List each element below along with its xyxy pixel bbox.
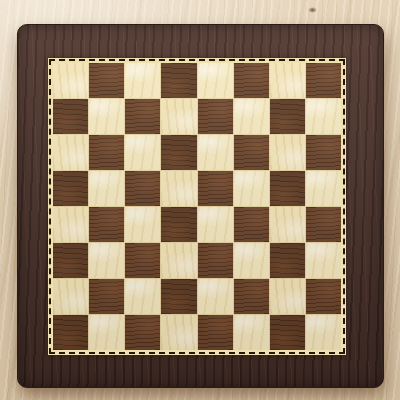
square-c5[interactable] — [125, 171, 160, 206]
square-e7[interactable] — [198, 99, 233, 134]
square-c8[interactable] — [125, 63, 160, 98]
square-d6[interactable] — [161, 135, 196, 170]
chessboard-frame — [17, 24, 384, 388]
square-e5[interactable] — [198, 171, 233, 206]
square-d1[interactable] — [161, 315, 196, 350]
table-surface — [0, 0, 400, 400]
square-f1[interactable] — [234, 315, 269, 350]
square-g3[interactable] — [270, 243, 305, 278]
square-h5[interactable] — [306, 171, 341, 206]
square-e3[interactable] — [198, 243, 233, 278]
square-e8[interactable] — [198, 63, 233, 98]
square-f6[interactable] — [234, 135, 269, 170]
square-g8[interactable] — [270, 63, 305, 98]
squares-grid — [53, 63, 341, 350]
square-g6[interactable] — [270, 135, 305, 170]
square-c3[interactable] — [125, 243, 160, 278]
square-b5[interactable] — [89, 171, 124, 206]
square-a5[interactable] — [53, 171, 88, 206]
square-g5[interactable] — [270, 171, 305, 206]
square-h7[interactable] — [306, 99, 341, 134]
square-a6[interactable] — [53, 135, 88, 170]
square-b3[interactable] — [89, 243, 124, 278]
square-h8[interactable] — [306, 63, 341, 98]
square-h6[interactable] — [306, 135, 341, 170]
square-d5[interactable] — [161, 171, 196, 206]
square-c2[interactable] — [125, 279, 160, 314]
square-a3[interactable] — [53, 243, 88, 278]
square-g4[interactable] — [270, 207, 305, 242]
square-f2[interactable] — [234, 279, 269, 314]
square-f3[interactable] — [234, 243, 269, 278]
square-a7[interactable] — [53, 99, 88, 134]
square-a4[interactable] — [53, 207, 88, 242]
square-b7[interactable] — [89, 99, 124, 134]
square-h3[interactable] — [306, 243, 341, 278]
square-c1[interactable] — [125, 315, 160, 350]
square-a8[interactable] — [53, 63, 88, 98]
square-f4[interactable] — [234, 207, 269, 242]
square-c6[interactable] — [125, 135, 160, 170]
square-h1[interactable] — [306, 315, 341, 350]
square-f7[interactable] — [234, 99, 269, 134]
square-e4[interactable] — [198, 207, 233, 242]
square-d4[interactable] — [161, 207, 196, 242]
square-b2[interactable] — [89, 279, 124, 314]
square-b6[interactable] — [89, 135, 124, 170]
square-b4[interactable] — [89, 207, 124, 242]
square-f8[interactable] — [234, 63, 269, 98]
square-d8[interactable] — [161, 63, 196, 98]
square-e1[interactable] — [198, 315, 233, 350]
square-e6[interactable] — [198, 135, 233, 170]
square-h2[interactable] — [306, 279, 341, 314]
square-b1[interactable] — [89, 315, 124, 350]
square-h4[interactable] — [306, 207, 341, 242]
square-e2[interactable] — [198, 279, 233, 314]
square-d2[interactable] — [161, 279, 196, 314]
square-c4[interactable] — [125, 207, 160, 242]
square-b8[interactable] — [89, 63, 124, 98]
square-g1[interactable] — [270, 315, 305, 350]
square-d7[interactable] — [161, 99, 196, 134]
square-d3[interactable] — [161, 243, 196, 278]
square-g2[interactable] — [270, 279, 305, 314]
wood-knot — [308, 7, 317, 13]
playing-area — [48, 58, 346, 355]
square-c7[interactable] — [125, 99, 160, 134]
square-g7[interactable] — [270, 99, 305, 134]
square-a1[interactable] — [53, 315, 88, 350]
square-a2[interactable] — [53, 279, 88, 314]
square-f5[interactable] — [234, 171, 269, 206]
